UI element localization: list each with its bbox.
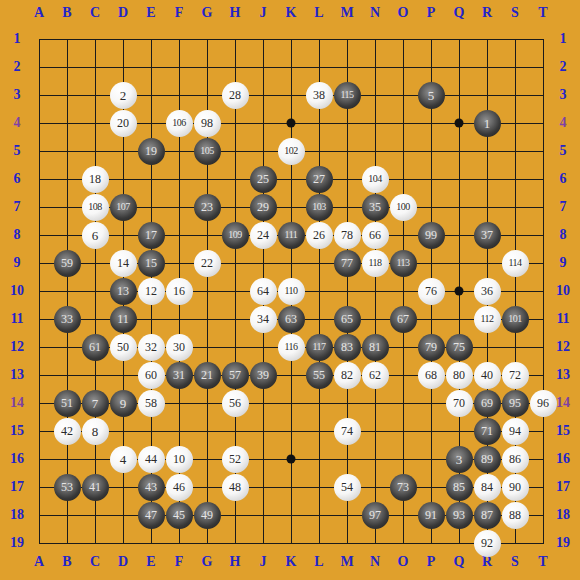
move-number: 50 (117, 341, 129, 353)
white-stone-S15[interactable]: 94 (502, 418, 529, 445)
white-stone-S18[interactable]: 88 (502, 502, 529, 529)
intersection-F4[interactable]: 106 (165, 109, 193, 137)
move-number: 70 (453, 397, 465, 409)
move-number: 73 (397, 481, 409, 493)
white-stone-C15[interactable]: 8 (82, 418, 109, 445)
intersection-N7[interactable]: 35 (361, 193, 389, 221)
move-number: 3 (456, 453, 463, 466)
white-stone-M8[interactable]: 78 (334, 222, 361, 249)
move-number: 35 (369, 201, 381, 213)
white-stone-D4[interactable]: 20 (110, 110, 137, 137)
intersection-G5[interactable]: 105 (193, 137, 221, 165)
white-stone-R11[interactable]: 112 (474, 306, 501, 333)
intersection-R11[interactable]: 112 (473, 305, 501, 333)
move-number: 56 (229, 397, 241, 409)
white-stone-C8[interactable]: 6 (82, 222, 109, 249)
white-stone-N8[interactable]: 66 (362, 222, 389, 249)
intersection-S18[interactable]: 88 (501, 501, 529, 529)
white-stone-L8[interactable]: 26 (306, 222, 333, 249)
intersection-P13[interactable]: 68 (417, 361, 445, 389)
black-stone-G13[interactable]: 21 (194, 362, 221, 389)
column-label: Q (445, 0, 473, 26)
white-stone-N6[interactable]: 104 (362, 166, 389, 193)
intersection-M8[interactable]: 78 (333, 221, 361, 249)
white-stone-N13[interactable]: 62 (362, 362, 389, 389)
intersection-H3[interactable]: 28 (221, 81, 249, 109)
intersection-K10[interactable]: 110 (277, 277, 305, 305)
black-stone-M12[interactable]: 83 (334, 334, 361, 361)
black-stone-C17[interactable]: 41 (82, 474, 109, 501)
intersection-H16[interactable]: 52 (221, 445, 249, 473)
intersection-E12[interactable]: 32 (137, 333, 165, 361)
white-stone-F4[interactable]: 106 (166, 110, 193, 137)
black-stone-E9[interactable]: 15 (138, 250, 165, 277)
black-stone-S11[interactable]: 101 (502, 306, 529, 333)
intersection-K5[interactable]: 102 (277, 137, 305, 165)
white-stone-R19[interactable]: 92 (474, 530, 501, 557)
black-stone-O11[interactable]: 67 (390, 306, 417, 333)
intersection-H8[interactable]: 109 (221, 221, 249, 249)
white-stone-R17[interactable]: 84 (474, 474, 501, 501)
move-number: 71 (481, 425, 493, 437)
intersection-K8[interactable]: 111 (277, 221, 305, 249)
white-stone-G4[interactable]: 98 (194, 110, 221, 137)
intersection-D16[interactable]: 4 (109, 445, 137, 473)
black-stone-R8[interactable]: 37 (474, 222, 501, 249)
white-stone-S9[interactable]: 114 (502, 250, 529, 277)
move-number: 78 (341, 229, 353, 241)
intersection-D14[interactable]: 9 (109, 389, 137, 417)
intersection-P10[interactable]: 76 (417, 277, 445, 305)
move-number: 12 (145, 285, 157, 297)
intersection-M13[interactable]: 82 (333, 361, 361, 389)
intersection-M9[interactable]: 77 (333, 249, 361, 277)
intersection-R14[interactable]: 69 (473, 389, 501, 417)
intersection-L8[interactable]: 26 (305, 221, 333, 249)
column-label: M (333, 0, 361, 26)
move-number: 11 (117, 313, 129, 325)
intersection-P12[interactable]: 79 (417, 333, 445, 361)
white-stone-H17[interactable]: 48 (222, 474, 249, 501)
intersection-B14[interactable]: 51 (53, 389, 81, 417)
move-number: 91 (425, 509, 437, 521)
intersection-P8[interactable]: 99 (417, 221, 445, 249)
intersection-D10[interactable]: 13 (109, 277, 137, 305)
black-stone-L6[interactable]: 27 (306, 166, 333, 193)
move-number: 39 (257, 369, 269, 381)
white-stone-M15[interactable]: 74 (334, 418, 361, 445)
intersection-Q13[interactable]: 80 (445, 361, 473, 389)
move-number: 95 (509, 397, 521, 409)
intersection-J7[interactable]: 29 (249, 193, 277, 221)
black-stone-P3[interactable]: 5 (418, 82, 445, 109)
intersection-D11[interactable]: 11 (109, 305, 137, 333)
black-stone-Q16[interactable]: 3 (446, 446, 473, 473)
intersection-S9[interactable]: 114 (501, 249, 529, 277)
white-stone-S17[interactable]: 90 (502, 474, 529, 501)
white-stone-E14[interactable]: 58 (138, 390, 165, 417)
white-stone-E13[interactable]: 60 (138, 362, 165, 389)
white-stone-H3[interactable]: 28 (222, 82, 249, 109)
black-stone-P8[interactable]: 99 (418, 222, 445, 249)
go-board-grid[interactable]: 1234567891011121314151617181920212223242… (25, 25, 557, 557)
black-stone-S14[interactable]: 95 (502, 390, 529, 417)
move-number: 105 (200, 146, 214, 156)
intersection-C8[interactable]: 6 (81, 221, 109, 249)
intersection-E18[interactable]: 47 (137, 501, 165, 529)
intersection-S17[interactable]: 90 (501, 473, 529, 501)
intersection-G7[interactable]: 23 (193, 193, 221, 221)
white-stone-S16[interactable]: 86 (502, 446, 529, 473)
white-stone-H14[interactable]: 56 (222, 390, 249, 417)
black-stone-Q17[interactable]: 85 (446, 474, 473, 501)
move-number: 5 (428, 89, 435, 102)
move-number: 28 (229, 89, 241, 101)
move-number: 44 (145, 453, 157, 465)
intersection-D12[interactable]: 50 (109, 333, 137, 361)
white-stone-P10[interactable]: 76 (418, 278, 445, 305)
black-stone-J7[interactable]: 29 (250, 194, 277, 221)
move-number: 118 (368, 258, 381, 268)
white-stone-E12[interactable]: 32 (138, 334, 165, 361)
move-number: 99 (425, 229, 437, 241)
black-stone-R14[interactable]: 69 (474, 390, 501, 417)
white-stone-M13[interactable]: 82 (334, 362, 361, 389)
black-stone-L12[interactable]: 117 (306, 334, 333, 361)
black-stone-B14[interactable]: 51 (54, 390, 81, 417)
column-label: S (501, 0, 529, 26)
black-stone-P12[interactable]: 79 (418, 334, 445, 361)
intersection-N13[interactable]: 62 (361, 361, 389, 389)
intersection-Q17[interactable]: 85 (445, 473, 473, 501)
black-stone-R16[interactable]: 89 (474, 446, 501, 473)
move-number: 83 (341, 341, 353, 353)
white-stone-T14[interactable]: 96 (530, 390, 557, 417)
white-stone-C6[interactable]: 18 (82, 166, 109, 193)
intersection-E8[interactable]: 17 (137, 221, 165, 249)
black-stone-M3[interactable]: 115 (334, 82, 361, 109)
black-stone-H13[interactable]: 57 (222, 362, 249, 389)
intersection-N6[interactable]: 104 (361, 165, 389, 193)
intersection-F16[interactable]: 10 (165, 445, 193, 473)
intersection-D3[interactable]: 2 (109, 81, 137, 109)
intersection-C15[interactable]: 8 (81, 417, 109, 445)
intersection-J13[interactable]: 39 (249, 361, 277, 389)
black-stone-F18[interactable]: 45 (166, 502, 193, 529)
move-number: 114 (508, 258, 521, 268)
black-stone-N12[interactable]: 81 (362, 334, 389, 361)
white-stone-B15[interactable]: 42 (54, 418, 81, 445)
intersection-K12[interactable]: 116 (277, 333, 305, 361)
black-stone-M11[interactable]: 65 (334, 306, 361, 333)
intersection-B9[interactable]: 59 (53, 249, 81, 277)
move-number: 23 (201, 201, 213, 213)
intersection-L13[interactable]: 55 (305, 361, 333, 389)
white-stone-J8[interactable]: 24 (250, 222, 277, 249)
intersection-H13[interactable]: 57 (221, 361, 249, 389)
intersection-J6[interactable]: 25 (249, 165, 277, 193)
intersection-S15[interactable]: 94 (501, 417, 529, 445)
move-number: 115 (340, 90, 353, 100)
move-number: 79 (425, 341, 437, 353)
white-stone-Q13[interactable]: 80 (446, 362, 473, 389)
intersection-H17[interactable]: 48 (221, 473, 249, 501)
intersection-C14[interactable]: 7 (81, 389, 109, 417)
white-stone-K10[interactable]: 110 (278, 278, 305, 305)
move-number: 76 (425, 285, 437, 297)
intersection-R17[interactable]: 84 (473, 473, 501, 501)
intersection-N18[interactable]: 97 (361, 501, 389, 529)
intersection-G4[interactable]: 98 (193, 109, 221, 137)
intersection-Q18[interactable]: 93 (445, 501, 473, 529)
move-number: 93 (453, 509, 465, 521)
move-number: 29 (257, 201, 269, 213)
intersection-S14[interactable]: 95 (501, 389, 529, 417)
intersection-R4[interactable]: 1 (473, 109, 501, 137)
move-number: 68 (425, 369, 437, 381)
intersection-C17[interactable]: 41 (81, 473, 109, 501)
move-number: 94 (509, 425, 521, 437)
black-stone-H8[interactable]: 109 (222, 222, 249, 249)
black-stone-C14[interactable]: 7 (82, 390, 109, 417)
move-number: 98 (201, 117, 213, 129)
white-stone-Q14[interactable]: 70 (446, 390, 473, 417)
column-label: K (277, 0, 305, 26)
move-number: 47 (145, 509, 157, 521)
white-stone-S13[interactable]: 72 (502, 362, 529, 389)
move-number: 66 (369, 229, 381, 241)
move-number: 9 (120, 397, 127, 410)
intersection-M3[interactable]: 115 (333, 81, 361, 109)
black-stone-R18[interactable]: 87 (474, 502, 501, 529)
move-number: 112 (480, 314, 493, 324)
black-stone-N18[interactable]: 97 (362, 502, 389, 529)
white-stone-H16[interactable]: 52 (222, 446, 249, 473)
intersection-T14[interactable]: 96 (529, 389, 557, 417)
intersection-C7[interactable]: 108 (81, 193, 109, 221)
white-stone-E16[interactable]: 44 (138, 446, 165, 473)
intersection-Q14[interactable]: 70 (445, 389, 473, 417)
move-number: 2 (120, 89, 127, 102)
black-stone-R15[interactable]: 71 (474, 418, 501, 445)
intersection-S13[interactable]: 72 (501, 361, 529, 389)
intersection-R19[interactable]: 92 (473, 529, 501, 557)
move-number: 65 (341, 313, 353, 325)
intersection-H14[interactable]: 56 (221, 389, 249, 417)
column-label: L (305, 0, 333, 26)
white-stone-J11[interactable]: 34 (250, 306, 277, 333)
black-stone-J13[interactable]: 39 (250, 362, 277, 389)
white-stone-K5[interactable]: 102 (278, 138, 305, 165)
move-number: 14 (117, 257, 129, 269)
white-stone-G9[interactable]: 22 (194, 250, 221, 277)
intersection-G18[interactable]: 49 (193, 501, 221, 529)
intersection-P3[interactable]: 5 (417, 81, 445, 109)
intersection-E5[interactable]: 19 (137, 137, 165, 165)
white-stone-N9[interactable]: 118 (362, 250, 389, 277)
intersection-O11[interactable]: 67 (389, 305, 417, 333)
white-stone-P13[interactable]: 68 (418, 362, 445, 389)
intersection-Q12[interactable]: 75 (445, 333, 473, 361)
black-stone-B17[interactable]: 53 (54, 474, 81, 501)
intersection-E13[interactable]: 60 (137, 361, 165, 389)
move-number: 63 (285, 313, 297, 325)
intersection-E9[interactable]: 15 (137, 249, 165, 277)
move-number: 82 (341, 369, 353, 381)
intersection-S16[interactable]: 86 (501, 445, 529, 473)
black-stone-L13[interactable]: 55 (306, 362, 333, 389)
white-stone-R13[interactable]: 40 (474, 362, 501, 389)
intersection-D7[interactable]: 107 (109, 193, 137, 221)
intersection-M11[interactable]: 65 (333, 305, 361, 333)
intersection-F12[interactable]: 30 (165, 333, 193, 361)
intersection-J10[interactable]: 64 (249, 277, 277, 305)
intersection-C6[interactable]: 18 (81, 165, 109, 193)
white-stone-F10[interactable]: 16 (166, 278, 193, 305)
black-stone-F13[interactable]: 31 (166, 362, 193, 389)
intersection-B15[interactable]: 42 (53, 417, 81, 445)
black-stone-D14[interactable]: 9 (110, 390, 137, 417)
move-number: 25 (257, 173, 269, 185)
intersection-N8[interactable]: 66 (361, 221, 389, 249)
black-stone-G18[interactable]: 49 (194, 502, 221, 529)
move-number: 32 (145, 341, 157, 353)
white-stone-F17[interactable]: 46 (166, 474, 193, 501)
intersection-R8[interactable]: 37 (473, 221, 501, 249)
black-stone-D7[interactable]: 107 (110, 194, 137, 221)
intersection-R15[interactable]: 71 (473, 417, 501, 445)
black-stone-E8[interactable]: 17 (138, 222, 165, 249)
black-stone-D11[interactable]: 11 (110, 306, 137, 333)
intersection-R13[interactable]: 40 (473, 361, 501, 389)
column-label: B (53, 0, 81, 26)
intersection-L12[interactable]: 117 (305, 333, 333, 361)
black-stone-Q12[interactable]: 75 (446, 334, 473, 361)
black-stone-K11[interactable]: 63 (278, 306, 305, 333)
column-label: P (417, 0, 445, 26)
move-number: 41 (89, 481, 101, 493)
intersection-B17[interactable]: 53 (53, 473, 81, 501)
intersection-G13[interactable]: 21 (193, 361, 221, 389)
intersection-M17[interactable]: 54 (333, 473, 361, 501)
intersection-B11[interactable]: 33 (53, 305, 81, 333)
intersection-L6[interactable]: 27 (305, 165, 333, 193)
intersection-K11[interactable]: 63 (277, 305, 305, 333)
intersection-J8[interactable]: 24 (249, 221, 277, 249)
intersection-E10[interactable]: 12 (137, 277, 165, 305)
column-label: O (389, 0, 417, 26)
white-stone-D3[interactable]: 2 (110, 82, 137, 109)
black-stone-K8[interactable]: 111 (278, 222, 305, 249)
white-stone-C7[interactable]: 108 (82, 194, 109, 221)
intersection-E16[interactable]: 44 (137, 445, 165, 473)
intersection-N9[interactable]: 118 (361, 249, 389, 277)
black-stone-D10[interactable]: 13 (110, 278, 137, 305)
intersection-Q16[interactable]: 3 (445, 445, 473, 473)
white-stone-M17[interactable]: 54 (334, 474, 361, 501)
white-stone-R10[interactable]: 36 (474, 278, 501, 305)
intersection-R16[interactable]: 89 (473, 445, 501, 473)
intersection-C12[interactable]: 61 (81, 333, 109, 361)
intersection-M12[interactable]: 83 (333, 333, 361, 361)
white-stone-O7[interactable]: 100 (390, 194, 417, 221)
move-number: 75 (453, 341, 465, 353)
intersection-L7[interactable]: 103 (305, 193, 333, 221)
intersection-O9[interactable]: 113 (389, 249, 417, 277)
move-number: 8 (92, 425, 99, 438)
black-stone-B11[interactable]: 33 (54, 306, 81, 333)
black-stone-J6[interactable]: 25 (250, 166, 277, 193)
move-number: 1 (484, 117, 491, 130)
black-stone-E5[interactable]: 19 (138, 138, 165, 165)
intersection-R10[interactable]: 36 (473, 277, 501, 305)
black-stone-N7[interactable]: 35 (362, 194, 389, 221)
intersection-G9[interactable]: 22 (193, 249, 221, 277)
move-number: 42 (61, 425, 73, 437)
column-label: J (249, 0, 277, 26)
white-stone-F12[interactable]: 30 (166, 334, 193, 361)
white-stone-E10[interactable]: 12 (138, 278, 165, 305)
intersection-R18[interactable]: 87 (473, 501, 501, 529)
intersection-F17[interactable]: 46 (165, 473, 193, 501)
black-stone-C12[interactable]: 61 (82, 334, 109, 361)
black-stone-O9[interactable]: 113 (390, 250, 417, 277)
black-stone-G7[interactable]: 23 (194, 194, 221, 221)
intersection-F18[interactable]: 45 (165, 501, 193, 529)
white-stone-K12[interactable]: 116 (278, 334, 305, 361)
intersection-L3[interactable]: 38 (305, 81, 333, 109)
move-number: 62 (369, 369, 381, 381)
intersection-S11[interactable]: 101 (501, 305, 529, 333)
intersection-E14[interactable]: 58 (137, 389, 165, 417)
intersection-D9[interactable]: 14 (109, 249, 137, 277)
intersection-J11[interactable]: 34 (249, 305, 277, 333)
intersection-M15[interactable]: 74 (333, 417, 361, 445)
intersection-D4[interactable]: 20 (109, 109, 137, 137)
move-number: 85 (453, 481, 465, 493)
intersection-O17[interactable]: 73 (389, 473, 417, 501)
intersection-F13[interactable]: 31 (165, 361, 193, 389)
intersection-F10[interactable]: 16 (165, 277, 193, 305)
white-stone-J10[interactable]: 64 (250, 278, 277, 305)
intersection-P18[interactable]: 91 (417, 501, 445, 529)
black-stone-P18[interactable]: 91 (418, 502, 445, 529)
white-stone-L3[interactable]: 38 (306, 82, 333, 109)
black-stone-O17[interactable]: 73 (390, 474, 417, 501)
black-stone-B9[interactable]: 59 (54, 250, 81, 277)
intersection-N12[interactable]: 81 (361, 333, 389, 361)
white-stone-D16[interactable]: 4 (110, 446, 137, 473)
intersection-E17[interactable]: 43 (137, 473, 165, 501)
black-stone-L7[interactable]: 103 (306, 194, 333, 221)
move-number: 101 (508, 314, 522, 324)
black-stone-G5[interactable]: 105 (194, 138, 221, 165)
white-stone-D12[interactable]: 50 (110, 334, 137, 361)
black-stone-M9[interactable]: 77 (334, 250, 361, 277)
black-stone-Q18[interactable]: 93 (446, 502, 473, 529)
intersection-O7[interactable]: 100 (389, 193, 417, 221)
move-number: 53 (61, 481, 73, 493)
white-stone-F16[interactable]: 10 (166, 446, 193, 473)
move-number: 84 (481, 481, 493, 493)
black-stone-E18[interactable]: 47 (138, 502, 165, 529)
black-stone-E17[interactable]: 43 (138, 474, 165, 501)
move-number: 19 (145, 145, 157, 157)
white-stone-D9[interactable]: 14 (110, 250, 137, 277)
move-number: 48 (229, 481, 241, 493)
black-stone-R4[interactable]: 1 (474, 110, 501, 137)
move-number: 102 (284, 146, 298, 156)
